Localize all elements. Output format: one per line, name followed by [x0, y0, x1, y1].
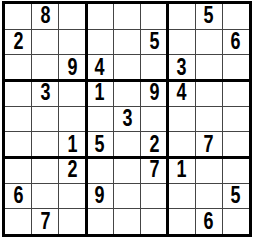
cell-r8c8[interactable]: [196, 184, 222, 209]
cell-r8c1: 6: [5, 184, 31, 209]
given-digit: 7: [149, 158, 159, 182]
cell-r6c3: 1: [59, 132, 85, 157]
cell-r3c2[interactable]: [32, 55, 58, 80]
cell-r6c1[interactable]: [5, 132, 31, 157]
cell-r7c2[interactable]: [32, 158, 58, 183]
given-digit: 6: [204, 210, 214, 234]
cell-r5c1[interactable]: [5, 107, 31, 132]
sudoku-grid: 8525694331943152727169576: [5, 4, 249, 234]
cell-r4c2: 3: [32, 81, 58, 106]
cell-r9c7[interactable]: [168, 209, 194, 234]
given-digit: 6: [231, 30, 241, 54]
given-digit: 1: [176, 158, 186, 182]
given-digit: 6: [13, 184, 23, 208]
given-digit: 5: [204, 4, 214, 28]
given-digit: 4: [176, 81, 186, 105]
cell-r5c2[interactable]: [32, 107, 58, 132]
cell-r7c4[interactable]: [87, 158, 113, 183]
cell-r4c3[interactable]: [59, 81, 85, 106]
cell-r7c5[interactable]: [114, 158, 140, 183]
cell-r2c7[interactable]: [168, 30, 194, 55]
cell-r8c3[interactable]: [59, 184, 85, 209]
cell-r9c4[interactable]: [87, 209, 113, 234]
cell-r5c5: 3: [114, 107, 140, 132]
cell-r9c5[interactable]: [114, 209, 140, 234]
cell-r2c6: 5: [141, 30, 167, 55]
cell-r3c9[interactable]: [223, 55, 249, 80]
cell-r5c9[interactable]: [223, 107, 249, 132]
given-digit: 2: [149, 133, 159, 157]
cell-r1c9[interactable]: [223, 4, 249, 29]
cell-r6c8: 7: [196, 132, 222, 157]
cell-r2c4[interactable]: [87, 30, 113, 55]
cell-r9c8: 6: [196, 209, 222, 234]
given-digit: 2: [13, 30, 23, 54]
cell-r3c4: 4: [87, 55, 113, 80]
given-digit: 4: [95, 56, 105, 80]
cell-r9c3[interactable]: [59, 209, 85, 234]
cell-r2c8[interactable]: [196, 30, 222, 55]
given-digit: 1: [68, 133, 78, 157]
given-digit: 9: [149, 81, 159, 105]
cell-r8c7[interactable]: [168, 184, 194, 209]
cell-r9c2: 7: [32, 209, 58, 234]
cell-r7c9[interactable]: [223, 158, 249, 183]
cell-r5c7[interactable]: [168, 107, 194, 132]
cell-r3c3: 9: [59, 55, 85, 80]
cell-r1c7[interactable]: [168, 4, 194, 29]
cell-r1c2: 8: [32, 4, 58, 29]
cell-r7c6: 7: [141, 158, 167, 183]
cell-r2c2[interactable]: [32, 30, 58, 55]
given-digit: 3: [122, 107, 132, 131]
cell-r9c1[interactable]: [5, 209, 31, 234]
cell-r7c3: 2: [59, 158, 85, 183]
cell-r3c5[interactable]: [114, 55, 140, 80]
cell-r8c2[interactable]: [32, 184, 58, 209]
cell-r1c6[interactable]: [141, 4, 167, 29]
given-digit: 5: [95, 133, 105, 157]
given-digit: 5: [231, 184, 241, 208]
cell-r3c7: 3: [168, 55, 194, 80]
cell-r1c4[interactable]: [87, 4, 113, 29]
cell-r5c8[interactable]: [196, 107, 222, 132]
given-digit: 3: [40, 81, 50, 105]
cell-r6c9[interactable]: [223, 132, 249, 157]
cell-r4c7: 4: [168, 81, 194, 106]
cell-r6c7[interactable]: [168, 132, 194, 157]
cell-r4c9[interactable]: [223, 81, 249, 106]
cell-r8c9: 5: [223, 184, 249, 209]
cell-r6c5[interactable]: [114, 132, 140, 157]
given-digit: 2: [68, 158, 78, 182]
cell-r3c8[interactable]: [196, 55, 222, 80]
cell-r4c5[interactable]: [114, 81, 140, 106]
cell-r6c2[interactable]: [32, 132, 58, 157]
cell-r8c5[interactable]: [114, 184, 140, 209]
cell-r6c4: 5: [87, 132, 113, 157]
cell-r2c3[interactable]: [59, 30, 85, 55]
cell-r8c4: 9: [87, 184, 113, 209]
cell-r4c8[interactable]: [196, 81, 222, 106]
cell-r3c1[interactable]: [5, 55, 31, 80]
cell-r2c5[interactable]: [114, 30, 140, 55]
given-digit: 9: [95, 184, 105, 208]
cell-r3c6[interactable]: [141, 55, 167, 80]
cell-r4c1[interactable]: [5, 81, 31, 106]
sudoku-screenshot: 8525694331943152727169576: [0, 0, 254, 240]
cell-r2c1: 2: [5, 30, 31, 55]
given-digit: 1: [95, 81, 105, 105]
given-digit: 8: [40, 4, 50, 28]
given-digit: 7: [40, 210, 50, 234]
cell-r5c4[interactable]: [87, 107, 113, 132]
cell-r1c5[interactable]: [114, 4, 140, 29]
given-digit: 5: [149, 30, 159, 54]
cell-r9c6[interactable]: [141, 209, 167, 234]
cell-r1c8: 5: [196, 4, 222, 29]
cell-r9c9[interactable]: [223, 209, 249, 234]
cell-r4c4: 1: [87, 81, 113, 106]
cell-r6c6: 2: [141, 132, 167, 157]
cell-r7c8[interactable]: [196, 158, 222, 183]
given-digit: 9: [68, 56, 78, 80]
sudoku-board: 8525694331943152727169576: [2, 1, 252, 237]
cell-r7c7: 1: [168, 158, 194, 183]
given-digit: 3: [176, 56, 186, 80]
cell-r4c6: 9: [141, 81, 167, 106]
cell-r2c9: 6: [223, 30, 249, 55]
cell-r1c3[interactable]: [59, 4, 85, 29]
cell-r5c3[interactable]: [59, 107, 85, 132]
cell-r8c6[interactable]: [141, 184, 167, 209]
cell-r5c6[interactable]: [141, 107, 167, 132]
cell-r7c1[interactable]: [5, 158, 31, 183]
given-digit: 7: [204, 133, 214, 157]
cell-r1c1[interactable]: [5, 4, 31, 29]
